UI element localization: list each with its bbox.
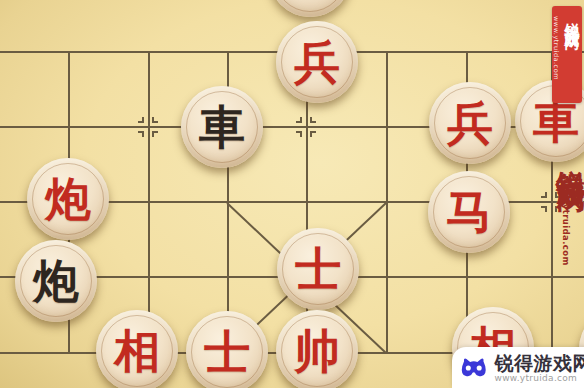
piece-character: 兵 [429,82,511,164]
watermark-top-text: 锐得游戏网 [562,11,581,26]
piece-red-e10[interactable]: 帅 [276,310,358,388]
watermark-top-badge: www.ytruida.com 锐得游戏网 [552,6,582,103]
watermark-bottom: 锐得游戏网 www.ytruida.com [452,347,584,388]
piece-character: 马 [428,171,510,253]
piece-character: 車 [181,86,263,168]
piece-red-d10[interactable]: 士 [186,311,268,388]
piece-red-e9[interactable]: 士 [277,228,359,310]
watermark-bottom-site: 锐得游戏网 [495,353,584,373]
piece-red-b8[interactable]: 炮 [27,158,109,240]
piece-red-g8[interactable]: 马 [428,171,510,253]
piece-red-c10[interactable]: 相 [96,310,178,388]
piece-red-g7[interactable]: 兵 [429,82,511,164]
piece-black-d7[interactable]: 車 [181,86,263,168]
piece-character: 帅 [276,310,358,388]
piece-character: 兵 [276,21,358,103]
piece-character: 相 [96,310,178,388]
star-point-c7 [138,117,158,137]
watermark-middle-text: 锐得游戏网 [551,146,584,166]
star-point-e7 [296,117,316,137]
xiangqi-photo: 兵兵車車炮马炮士相士帅相 www.ytruida.com 锐得游戏网 锐得游戏网… [0,0,584,388]
watermark-middle-url: www.ytruida.com [561,176,571,266]
piece-character: 士 [186,311,268,388]
piece-character: 炮 [15,240,97,322]
piece-black-b9[interactable]: 炮 [15,240,97,322]
piece-red-e6[interactable]: 兵 [276,21,358,103]
piece-character: 士 [277,228,359,310]
watermark-bottom-url: www.ytruida.com [495,373,584,383]
watermark-top-url: www.ytruida.com [552,16,560,80]
watermark-middle: 锐得游戏网 www.ytruida.com [551,146,584,266]
gamepad-cat-logo-icon [458,352,490,384]
piece-character: 炮 [27,158,109,240]
